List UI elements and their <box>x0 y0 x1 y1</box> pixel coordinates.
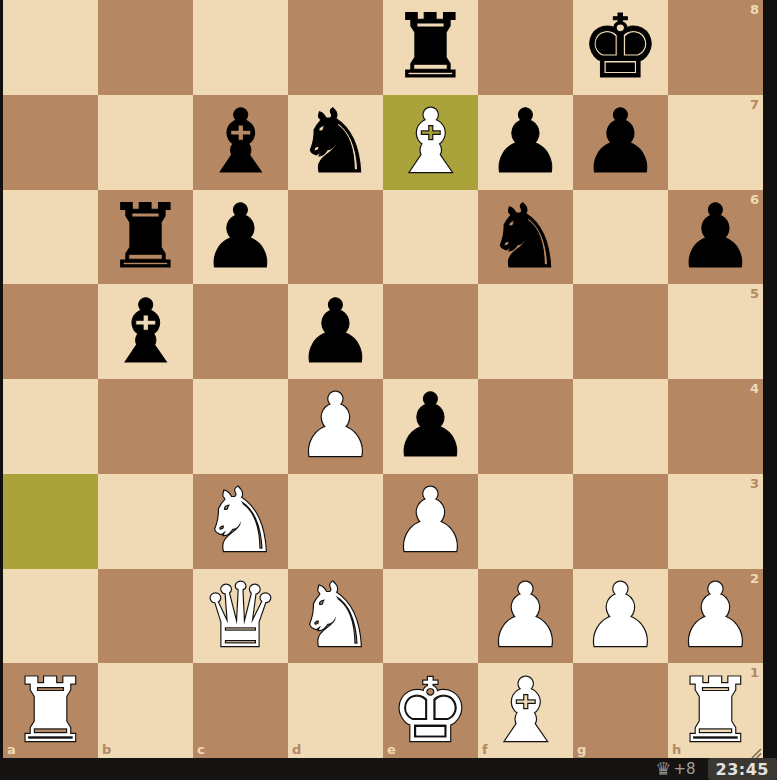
captured-queen-icon: ♛ <box>655 760 671 778</box>
piece-white-rook[interactable]: ♜ <box>676 667 755 755</box>
rank-label-8: 8 <box>750 3 759 16</box>
square-d5[interactable]: ♟ <box>288 284 383 379</box>
square-g2[interactable]: ♟ <box>573 569 668 664</box>
piece-black-pawn[interactable]: ♟ <box>486 98 565 186</box>
game-window: ♜♚8♝♞♝♟♟7♜♟♞♟6♝♟5♟♟4♞♟3♛♞♟♟♟2♜abcd♚e♝fg♜… <box>0 0 777 780</box>
square-c5[interactable] <box>193 284 288 379</box>
piece-white-knight[interactable]: ♞ <box>201 477 280 565</box>
square-a2[interactable] <box>3 569 98 664</box>
piece-black-rook[interactable]: ♜ <box>106 193 185 281</box>
piece-black-bishop[interactable]: ♝ <box>201 98 280 186</box>
square-h6[interactable]: ♟6 <box>668 190 763 285</box>
piece-white-pawn[interactable]: ♟ <box>486 572 565 660</box>
board-resize-handle[interactable] <box>749 744 762 757</box>
square-d7[interactable]: ♞ <box>288 95 383 190</box>
square-f6[interactable]: ♞ <box>478 190 573 285</box>
square-f4[interactable] <box>478 379 573 474</box>
piece-white-pawn[interactable]: ♟ <box>391 477 470 565</box>
square-g1[interactable]: g <box>573 663 668 758</box>
file-label-b: b <box>102 743 111 756</box>
square-b5[interactable]: ♝ <box>98 284 193 379</box>
player-clock: 23:45 <box>708 758 777 780</box>
file-label-g: g <box>577 743 586 756</box>
piece-white-king[interactable]: ♚ <box>391 667 470 755</box>
square-e1[interactable]: ♚e <box>383 663 478 758</box>
piece-white-pawn[interactable]: ♟ <box>296 382 375 470</box>
piece-black-knight[interactable]: ♞ <box>486 193 565 281</box>
square-c8[interactable] <box>193 0 288 95</box>
square-a8[interactable] <box>3 0 98 95</box>
square-b1[interactable]: b <box>98 663 193 758</box>
square-d1[interactable]: d <box>288 663 383 758</box>
status-bar: ♛ +8 23:45 <box>0 758 777 780</box>
square-h5[interactable]: 5 <box>668 284 763 379</box>
square-f8[interactable] <box>478 0 573 95</box>
square-d2[interactable]: ♞ <box>288 569 383 664</box>
square-g7[interactable]: ♟ <box>573 95 668 190</box>
square-a1[interactable]: ♜a <box>3 663 98 758</box>
square-h3[interactable]: 3 <box>668 474 763 569</box>
piece-black-bishop[interactable]: ♝ <box>106 288 185 376</box>
rank-label-6: 6 <box>750 193 759 206</box>
square-g6[interactable] <box>573 190 668 285</box>
square-g4[interactable] <box>573 379 668 474</box>
square-c2[interactable]: ♛ <box>193 569 288 664</box>
square-g3[interactable] <box>573 474 668 569</box>
file-label-c: c <box>197 743 205 756</box>
material-advantage: +8 <box>673 762 695 777</box>
square-b7[interactable] <box>98 95 193 190</box>
rank-label-1: 1 <box>750 666 759 679</box>
square-f5[interactable] <box>478 284 573 379</box>
file-label-f: f <box>482 743 488 756</box>
square-f7[interactable]: ♟ <box>478 95 573 190</box>
piece-black-pawn[interactable]: ♟ <box>581 98 660 186</box>
square-e6[interactable] <box>383 190 478 285</box>
piece-black-pawn[interactable]: ♟ <box>676 193 755 281</box>
square-b3[interactable] <box>98 474 193 569</box>
piece-black-king[interactable]: ♚ <box>581 3 660 91</box>
square-b6[interactable]: ♜ <box>98 190 193 285</box>
piece-black-rook[interactable]: ♜ <box>391 3 470 91</box>
square-a6[interactable] <box>3 190 98 285</box>
square-h2[interactable]: ♟2 <box>668 569 763 664</box>
piece-black-pawn[interactable]: ♟ <box>391 382 470 470</box>
piece-white-rook[interactable]: ♜ <box>11 667 90 755</box>
square-g8[interactable]: ♚ <box>573 0 668 95</box>
square-a7[interactable] <box>3 95 98 190</box>
file-label-h: h <box>672 743 681 756</box>
square-a3[interactable] <box>3 474 98 569</box>
square-c4[interactable] <box>193 379 288 474</box>
piece-white-bishop[interactable]: ♝ <box>486 667 565 755</box>
square-h7[interactable]: 7 <box>668 95 763 190</box>
square-f2[interactable]: ♟ <box>478 569 573 664</box>
file-label-a: a <box>7 743 16 756</box>
square-e7[interactable]: ♝ <box>383 95 478 190</box>
square-h1[interactable]: ♜1h <box>668 663 763 758</box>
piece-black-pawn[interactable]: ♟ <box>201 193 280 281</box>
rank-label-4: 4 <box>750 382 759 395</box>
rank-label-3: 3 <box>750 477 759 490</box>
file-label-d: d <box>292 743 301 756</box>
square-e3[interactable]: ♟ <box>383 474 478 569</box>
square-c1[interactable]: c <box>193 663 288 758</box>
square-c3[interactable]: ♞ <box>193 474 288 569</box>
square-h4[interactable]: 4 <box>668 379 763 474</box>
rank-label-5: 5 <box>750 287 759 300</box>
square-d4[interactable]: ♟ <box>288 379 383 474</box>
square-e8[interactable]: ♜ <box>383 0 478 95</box>
piece-white-pawn[interactable]: ♟ <box>581 572 660 660</box>
square-c6[interactable]: ♟ <box>193 190 288 285</box>
piece-white-queen[interactable]: ♛ <box>201 572 280 660</box>
square-a4[interactable] <box>3 379 98 474</box>
piece-white-knight[interactable]: ♞ <box>296 572 375 660</box>
rank-label-2: 2 <box>750 572 759 585</box>
piece-white-bishop[interactable]: ♝ <box>391 98 470 186</box>
square-a5[interactable] <box>3 284 98 379</box>
square-c7[interactable]: ♝ <box>193 95 288 190</box>
square-f1[interactable]: ♝f <box>478 663 573 758</box>
piece-black-pawn[interactable]: ♟ <box>296 288 375 376</box>
clock-time: 23:45 <box>716 760 769 779</box>
piece-black-knight[interactable]: ♞ <box>296 98 375 186</box>
file-label-e: e <box>387 743 396 756</box>
square-d8[interactable] <box>288 0 383 95</box>
square-h8[interactable]: 8 <box>668 0 763 95</box>
square-b2[interactable] <box>98 569 193 664</box>
square-e5[interactable] <box>383 284 478 379</box>
rank-label-7: 7 <box>750 98 759 111</box>
square-g5[interactable] <box>573 284 668 379</box>
piece-white-pawn[interactable]: ♟ <box>676 572 755 660</box>
square-b8[interactable] <box>98 0 193 95</box>
square-d6[interactable] <box>288 190 383 285</box>
square-f3[interactable] <box>478 474 573 569</box>
square-e4[interactable]: ♟ <box>383 379 478 474</box>
square-d3[interactable] <box>288 474 383 569</box>
square-e2[interactable] <box>383 569 478 664</box>
chess-board: ♜♚8♝♞♝♟♟7♜♟♞♟6♝♟5♟♟4♞♟3♛♞♟♟♟2♜abcd♚e♝fg♜… <box>3 0 763 758</box>
square-b4[interactable] <box>98 379 193 474</box>
